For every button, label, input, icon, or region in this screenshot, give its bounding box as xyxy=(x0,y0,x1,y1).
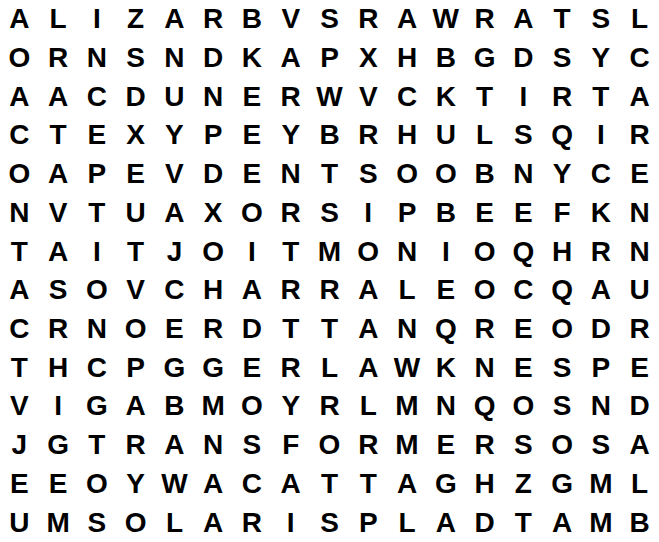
grid-cell-r14c13[interactable]: D xyxy=(465,503,504,542)
grid-cell-r11c11[interactable]: M xyxy=(388,387,427,426)
grid-cell-r11c16[interactable]: N xyxy=(581,387,620,426)
grid-cell-r10c10[interactable]: A xyxy=(349,348,388,387)
grid-cell-r14c17[interactable]: B xyxy=(620,503,659,542)
grid-cell-r8c14[interactable]: C xyxy=(504,271,543,310)
grid-cell-r4c14[interactable]: S xyxy=(504,116,543,155)
grid-cell-r11c15[interactable]: S xyxy=(543,387,582,426)
grid-cell-r11c14[interactable]: O xyxy=(504,387,543,426)
grid-cell-r12c4[interactable]: R xyxy=(116,426,155,465)
grid-cell-r3c8[interactable]: R xyxy=(271,77,310,116)
grid-cell-r1c7[interactable]: B xyxy=(233,0,272,39)
grid-cell-r10c8[interactable]: R xyxy=(271,348,310,387)
grid-cell-r3c10[interactable]: V xyxy=(349,77,388,116)
grid-cell-r11c17[interactable]: D xyxy=(620,387,659,426)
grid-cell-r12c2[interactable]: G xyxy=(39,426,78,465)
grid-cell-r14c6[interactable]: A xyxy=(194,503,233,542)
grid-cell-r9c17[interactable]: R xyxy=(620,310,659,349)
grid-cell-r1c12[interactable]: W xyxy=(426,0,465,39)
grid-cell-r9c13[interactable]: R xyxy=(465,310,504,349)
grid-cell-r13c6[interactable]: A xyxy=(194,465,233,504)
grid-cell-r9c12[interactable]: Q xyxy=(426,310,465,349)
grid-cell-r1c10[interactable]: R xyxy=(349,0,388,39)
grid-cell-r9c5[interactable]: E xyxy=(155,310,194,349)
grid-cell-r13c7[interactable]: C xyxy=(233,465,272,504)
grid-cell-r7c16[interactable]: R xyxy=(581,232,620,271)
grid-cell-r1c2[interactable]: L xyxy=(39,0,78,39)
grid-cell-r11c4[interactable]: A xyxy=(116,387,155,426)
grid-cell-r2c6[interactable]: D xyxy=(194,39,233,78)
grid-cell-r2c11[interactable]: H xyxy=(388,39,427,78)
grid-cell-r6c2[interactable]: V xyxy=(39,194,78,233)
grid-cell-r12c11[interactable]: M xyxy=(388,426,427,465)
grid-cell-r14c8[interactable]: I xyxy=(271,503,310,542)
grid-cell-r6c5[interactable]: A xyxy=(155,194,194,233)
grid-cell-r1c4[interactable]: Z xyxy=(116,0,155,39)
grid-cell-r6c14[interactable]: E xyxy=(504,194,543,233)
grid-cell-r2c14[interactable]: D xyxy=(504,39,543,78)
grid-cell-r1c11[interactable]: A xyxy=(388,0,427,39)
grid-cell-r12c9[interactable]: O xyxy=(310,426,349,465)
grid-cell-r4c13[interactable]: L xyxy=(465,116,504,155)
grid-cell-r13c12[interactable]: G xyxy=(426,465,465,504)
grid-cell-r13c8[interactable]: A xyxy=(271,465,310,504)
grid-cell-r9c8[interactable]: T xyxy=(271,310,310,349)
grid-cell-r9c1[interactable]: C xyxy=(0,310,39,349)
grid-cell-r1c15[interactable]: T xyxy=(543,0,582,39)
grid-cell-r10c11[interactable]: W xyxy=(388,348,427,387)
grid-cell-r10c1[interactable]: T xyxy=(0,348,39,387)
grid-cell-r14c15[interactable]: A xyxy=(543,503,582,542)
grid-cell-r7c2[interactable]: A xyxy=(39,232,78,271)
grid-cell-r8c4[interactable]: V xyxy=(116,271,155,310)
grid-cell-r8c3[interactable]: O xyxy=(78,271,117,310)
grid-cell-r11c12[interactable]: N xyxy=(426,387,465,426)
grid-cell-r6c9[interactable]: S xyxy=(310,194,349,233)
grid-cell-r13c5[interactable]: W xyxy=(155,465,194,504)
grid-cell-r6c10[interactable]: I xyxy=(349,194,388,233)
grid-cell-r9c4[interactable]: O xyxy=(116,310,155,349)
grid-cell-r1c8[interactable]: V xyxy=(271,0,310,39)
grid-cell-r3c9[interactable]: W xyxy=(310,77,349,116)
grid-cell-r1c6[interactable]: R xyxy=(194,0,233,39)
grid-cell-r7c9[interactable]: M xyxy=(310,232,349,271)
grid-cell-r12c5[interactable]: A xyxy=(155,426,194,465)
grid-cell-r2c4[interactable]: S xyxy=(116,39,155,78)
grid-cell-r3c15[interactable]: R xyxy=(543,77,582,116)
grid-cell-r13c4[interactable]: Y xyxy=(116,465,155,504)
grid-cell-r8c7[interactable]: A xyxy=(233,271,272,310)
grid-cell-r3c4[interactable]: D xyxy=(116,77,155,116)
grid-cell-r2c5[interactable]: N xyxy=(155,39,194,78)
grid-cell-r11c7[interactable]: O xyxy=(233,387,272,426)
grid-cell-r2c17[interactable]: C xyxy=(620,39,659,78)
grid-cell-r2c10[interactable]: X xyxy=(349,39,388,78)
grid-cell-r11c8[interactable]: Y xyxy=(271,387,310,426)
grid-cell-r5c6[interactable]: D xyxy=(194,155,233,194)
grid-cell-r14c7[interactable]: R xyxy=(233,503,272,542)
grid-cell-r7c6[interactable]: O xyxy=(194,232,233,271)
grid-cell-r2c1[interactable]: O xyxy=(0,39,39,78)
grid-cell-r5c7[interactable]: E xyxy=(233,155,272,194)
grid-cell-r9c6[interactable]: R xyxy=(194,310,233,349)
grid-cell-r12c8[interactable]: F xyxy=(271,426,310,465)
grid-cell-r10c2[interactable]: H xyxy=(39,348,78,387)
grid-cell-r4c12[interactable]: U xyxy=(426,116,465,155)
grid-cell-r3c7[interactable]: E xyxy=(233,77,272,116)
grid-cell-r13c17[interactable]: L xyxy=(620,465,659,504)
grid-cell-r13c14[interactable]: Z xyxy=(504,465,543,504)
grid-cell-r7c11[interactable]: N xyxy=(388,232,427,271)
grid-cell-r8c8[interactable]: R xyxy=(271,271,310,310)
grid-cell-r10c3[interactable]: C xyxy=(78,348,117,387)
grid-cell-r9c14[interactable]: E xyxy=(504,310,543,349)
grid-cell-r12c10[interactable]: R xyxy=(349,426,388,465)
grid-cell-r5c8[interactable]: N xyxy=(271,155,310,194)
grid-cell-r10c15[interactable]: S xyxy=(543,348,582,387)
grid-cell-r11c5[interactable]: B xyxy=(155,387,194,426)
grid-cell-r6c13[interactable]: E xyxy=(465,194,504,233)
grid-cell-r6c8[interactable]: R xyxy=(271,194,310,233)
grid-cell-r10c9[interactable]: L xyxy=(310,348,349,387)
word-search-grid: ALIZARBVSRAWRATSLORNSNDKAPXHBGDSYCAACDUN… xyxy=(0,0,659,542)
grid-cell-r4c15[interactable]: Q xyxy=(543,116,582,155)
grid-cell-r7c13[interactable]: O xyxy=(465,232,504,271)
grid-cell-r6c1[interactable]: N xyxy=(0,194,39,233)
grid-cell-r1c14[interactable]: A xyxy=(504,0,543,39)
grid-cell-r5c4[interactable]: E xyxy=(116,155,155,194)
grid-cell-r2c12[interactable]: B xyxy=(426,39,465,78)
grid-cell-r7c3[interactable]: I xyxy=(78,232,117,271)
grid-cell-r5c3[interactable]: P xyxy=(78,155,117,194)
grid-cell-r3c6[interactable]: N xyxy=(194,77,233,116)
grid-cell-r7c7[interactable]: I xyxy=(233,232,272,271)
grid-cell-r13c10[interactable]: T xyxy=(349,465,388,504)
grid-cell-r3c16[interactable]: T xyxy=(581,77,620,116)
grid-cell-r2c3[interactable]: N xyxy=(78,39,117,78)
grid-cell-r1c16[interactable]: S xyxy=(581,0,620,39)
grid-cell-r10c6[interactable]: G xyxy=(194,348,233,387)
grid-cell-r11c13[interactable]: Q xyxy=(465,387,504,426)
grid-cell-r5c12[interactable]: O xyxy=(426,155,465,194)
grid-cell-r1c5[interactable]: A xyxy=(155,0,194,39)
grid-cell-r11c1[interactable]: V xyxy=(0,387,39,426)
grid-cell-r13c11[interactable]: A xyxy=(388,465,427,504)
grid-cell-r4c9[interactable]: B xyxy=(310,116,349,155)
grid-cell-r12c14[interactable]: S xyxy=(504,426,543,465)
grid-cell-r1c1[interactable]: A xyxy=(0,0,39,39)
grid-cell-r5c10[interactable]: S xyxy=(349,155,388,194)
grid-cell-r4c5[interactable]: Y xyxy=(155,116,194,155)
grid-cell-r5c1[interactable]: O xyxy=(0,155,39,194)
grid-cell-r4c4[interactable]: X xyxy=(116,116,155,155)
grid-cell-r7c1[interactable]: T xyxy=(0,232,39,271)
grid-cell-r10c4[interactable]: P xyxy=(116,348,155,387)
grid-cell-r3c14[interactable]: I xyxy=(504,77,543,116)
grid-cell-r1c17[interactable]: L xyxy=(620,0,659,39)
grid-cell-r12c3[interactable]: T xyxy=(78,426,117,465)
grid-cell-r4c11[interactable]: H xyxy=(388,116,427,155)
grid-cell-r4c2[interactable]: T xyxy=(39,116,78,155)
grid-cell-r8c16[interactable]: A xyxy=(581,271,620,310)
grid-cell-r9c16[interactable]: D xyxy=(581,310,620,349)
grid-cell-r3c12[interactable]: K xyxy=(426,77,465,116)
grid-cell-r5c15[interactable]: Y xyxy=(543,155,582,194)
grid-cell-r3c1[interactable]: A xyxy=(0,77,39,116)
grid-cell-r13c13[interactable]: H xyxy=(465,465,504,504)
grid-cell-r7c5[interactable]: J xyxy=(155,232,194,271)
grid-cell-r13c1[interactable]: E xyxy=(0,465,39,504)
grid-cell-r8c6[interactable]: H xyxy=(194,271,233,310)
grid-cell-r11c6[interactable]: M xyxy=(194,387,233,426)
grid-cell-r8c15[interactable]: Q xyxy=(543,271,582,310)
grid-cell-r4c17[interactable]: R xyxy=(620,116,659,155)
grid-cell-r2c8[interactable]: A xyxy=(271,39,310,78)
grid-cell-r10c13[interactable]: N xyxy=(465,348,504,387)
grid-cell-r3c3[interactable]: C xyxy=(78,77,117,116)
grid-cell-r7c10[interactable]: O xyxy=(349,232,388,271)
grid-cell-r12c6[interactable]: N xyxy=(194,426,233,465)
grid-cell-r6c17[interactable]: N xyxy=(620,194,659,233)
grid-cell-r14c4[interactable]: O xyxy=(116,503,155,542)
grid-cell-r8c2[interactable]: S xyxy=(39,271,78,310)
grid-cell-r7c4[interactable]: T xyxy=(116,232,155,271)
grid-cell-r8c9[interactable]: R xyxy=(310,271,349,310)
grid-cell-r1c13[interactable]: R xyxy=(465,0,504,39)
grid-cell-r7c8[interactable]: T xyxy=(271,232,310,271)
grid-cell-r9c3[interactable]: N xyxy=(78,310,117,349)
grid-cell-r5c9[interactable]: T xyxy=(310,155,349,194)
grid-cell-r12c17[interactable]: A xyxy=(620,426,659,465)
grid-cell-r10c14[interactable]: E xyxy=(504,348,543,387)
grid-cell-r7c15[interactable]: H xyxy=(543,232,582,271)
grid-cell-r9c11[interactable]: N xyxy=(388,310,427,349)
grid-cell-r12c13[interactable]: R xyxy=(465,426,504,465)
grid-cell-r13c3[interactable]: O xyxy=(78,465,117,504)
grid-cell-r2c15[interactable]: S xyxy=(543,39,582,78)
grid-cell-r8c1[interactable]: A xyxy=(0,271,39,310)
grid-cell-r1c9[interactable]: S xyxy=(310,0,349,39)
grid-cell-r12c7[interactable]: S xyxy=(233,426,272,465)
grid-cell-r6c3[interactable]: T xyxy=(78,194,117,233)
grid-cell-r11c9[interactable]: R xyxy=(310,387,349,426)
grid-cell-r6c12[interactable]: B xyxy=(426,194,465,233)
grid-cell-r10c17[interactable]: E xyxy=(620,348,659,387)
grid-cell-r14c9[interactable]: S xyxy=(310,503,349,542)
grid-cell-r9c15[interactable]: O xyxy=(543,310,582,349)
grid-cell-r7c17[interactable]: N xyxy=(620,232,659,271)
grid-cell-r6c15[interactable]: F xyxy=(543,194,582,233)
grid-cell-r11c3[interactable]: G xyxy=(78,387,117,426)
grid-cell-r4c8[interactable]: Y xyxy=(271,116,310,155)
grid-cell-r5c13[interactable]: B xyxy=(465,155,504,194)
grid-cell-r14c10[interactable]: P xyxy=(349,503,388,542)
grid-cell-r2c7[interactable]: K xyxy=(233,39,272,78)
grid-cell-r5c16[interactable]: C xyxy=(581,155,620,194)
grid-cell-r8c13[interactable]: O xyxy=(465,271,504,310)
grid-cell-r3c17[interactable]: A xyxy=(620,77,659,116)
grid-cell-r5c17[interactable]: E xyxy=(620,155,659,194)
grid-cell-r2c16[interactable]: Y xyxy=(581,39,620,78)
grid-cell-r6c6[interactable]: X xyxy=(194,194,233,233)
grid-cell-r13c2[interactable]: E xyxy=(39,465,78,504)
grid-cell-r4c3[interactable]: E xyxy=(78,116,117,155)
grid-cell-r11c10[interactable]: L xyxy=(349,387,388,426)
grid-cell-r4c6[interactable]: P xyxy=(194,116,233,155)
grid-cell-r6c11[interactable]: P xyxy=(388,194,427,233)
grid-cell-r3c2[interactable]: A xyxy=(39,77,78,116)
grid-cell-r8c12[interactable]: E xyxy=(426,271,465,310)
grid-cell-r10c7[interactable]: E xyxy=(233,348,272,387)
grid-cell-r12c15[interactable]: O xyxy=(543,426,582,465)
grid-cell-r14c16[interactable]: M xyxy=(581,503,620,542)
grid-cell-r14c2[interactable]: M xyxy=(39,503,78,542)
grid-cell-r5c11[interactable]: O xyxy=(388,155,427,194)
grid-cell-r8c17[interactable]: U xyxy=(620,271,659,310)
grid-cell-r4c16[interactable]: I xyxy=(581,116,620,155)
grid-cell-r9c9[interactable]: T xyxy=(310,310,349,349)
grid-cell-r11c2[interactable]: I xyxy=(39,387,78,426)
grid-cell-r4c10[interactable]: R xyxy=(349,116,388,155)
grid-cell-r2c9[interactable]: P xyxy=(310,39,349,78)
grid-cell-r10c5[interactable]: G xyxy=(155,348,194,387)
grid-cell-r14c11[interactable]: L xyxy=(388,503,427,542)
grid-cell-r13c9[interactable]: T xyxy=(310,465,349,504)
grid-cell-r5c2[interactable]: A xyxy=(39,155,78,194)
grid-cell-r2c13[interactable]: G xyxy=(465,39,504,78)
grid-cell-r9c7[interactable]: D xyxy=(233,310,272,349)
grid-cell-r14c12[interactable]: A xyxy=(426,503,465,542)
grid-cell-r3c11[interactable]: C xyxy=(388,77,427,116)
grid-cell-r10c12[interactable]: K xyxy=(426,348,465,387)
grid-cell-r8c11[interactable]: L xyxy=(388,271,427,310)
grid-cell-r5c14[interactable]: N xyxy=(504,155,543,194)
grid-cell-r9c10[interactable]: A xyxy=(349,310,388,349)
grid-cell-r2c2[interactable]: R xyxy=(39,39,78,78)
grid-cell-r6c7[interactable]: O xyxy=(233,194,272,233)
grid-cell-r10c16[interactable]: P xyxy=(581,348,620,387)
grid-cell-r14c5[interactable]: L xyxy=(155,503,194,542)
grid-cell-r7c12[interactable]: I xyxy=(426,232,465,271)
grid-cell-r6c16[interactable]: K xyxy=(581,194,620,233)
grid-cell-r3c5[interactable]: U xyxy=(155,77,194,116)
grid-cell-r14c1[interactable]: U xyxy=(0,503,39,542)
grid-cell-r12c1[interactable]: J xyxy=(0,426,39,465)
grid-cell-r14c14[interactable]: T xyxy=(504,503,543,542)
grid-cell-r12c16[interactable]: S xyxy=(581,426,620,465)
grid-cell-r3c13[interactable]: T xyxy=(465,77,504,116)
grid-cell-r13c15[interactable]: G xyxy=(543,465,582,504)
grid-cell-r5c5[interactable]: V xyxy=(155,155,194,194)
grid-cell-r1c3[interactable]: I xyxy=(78,0,117,39)
grid-cell-r6c4[interactable]: U xyxy=(116,194,155,233)
grid-cell-r8c5[interactable]: C xyxy=(155,271,194,310)
grid-cell-r8c10[interactable]: A xyxy=(349,271,388,310)
grid-cell-r12c12[interactable]: E xyxy=(426,426,465,465)
grid-cell-r14c3[interactable]: S xyxy=(78,503,117,542)
grid-cell-r13c16[interactable]: M xyxy=(581,465,620,504)
grid-cell-r7c14[interactable]: Q xyxy=(504,232,543,271)
grid-cell-r9c2[interactable]: R xyxy=(39,310,78,349)
grid-cell-r4c1[interactable]: C xyxy=(0,116,39,155)
grid-cell-r4c7[interactable]: E xyxy=(233,116,272,155)
